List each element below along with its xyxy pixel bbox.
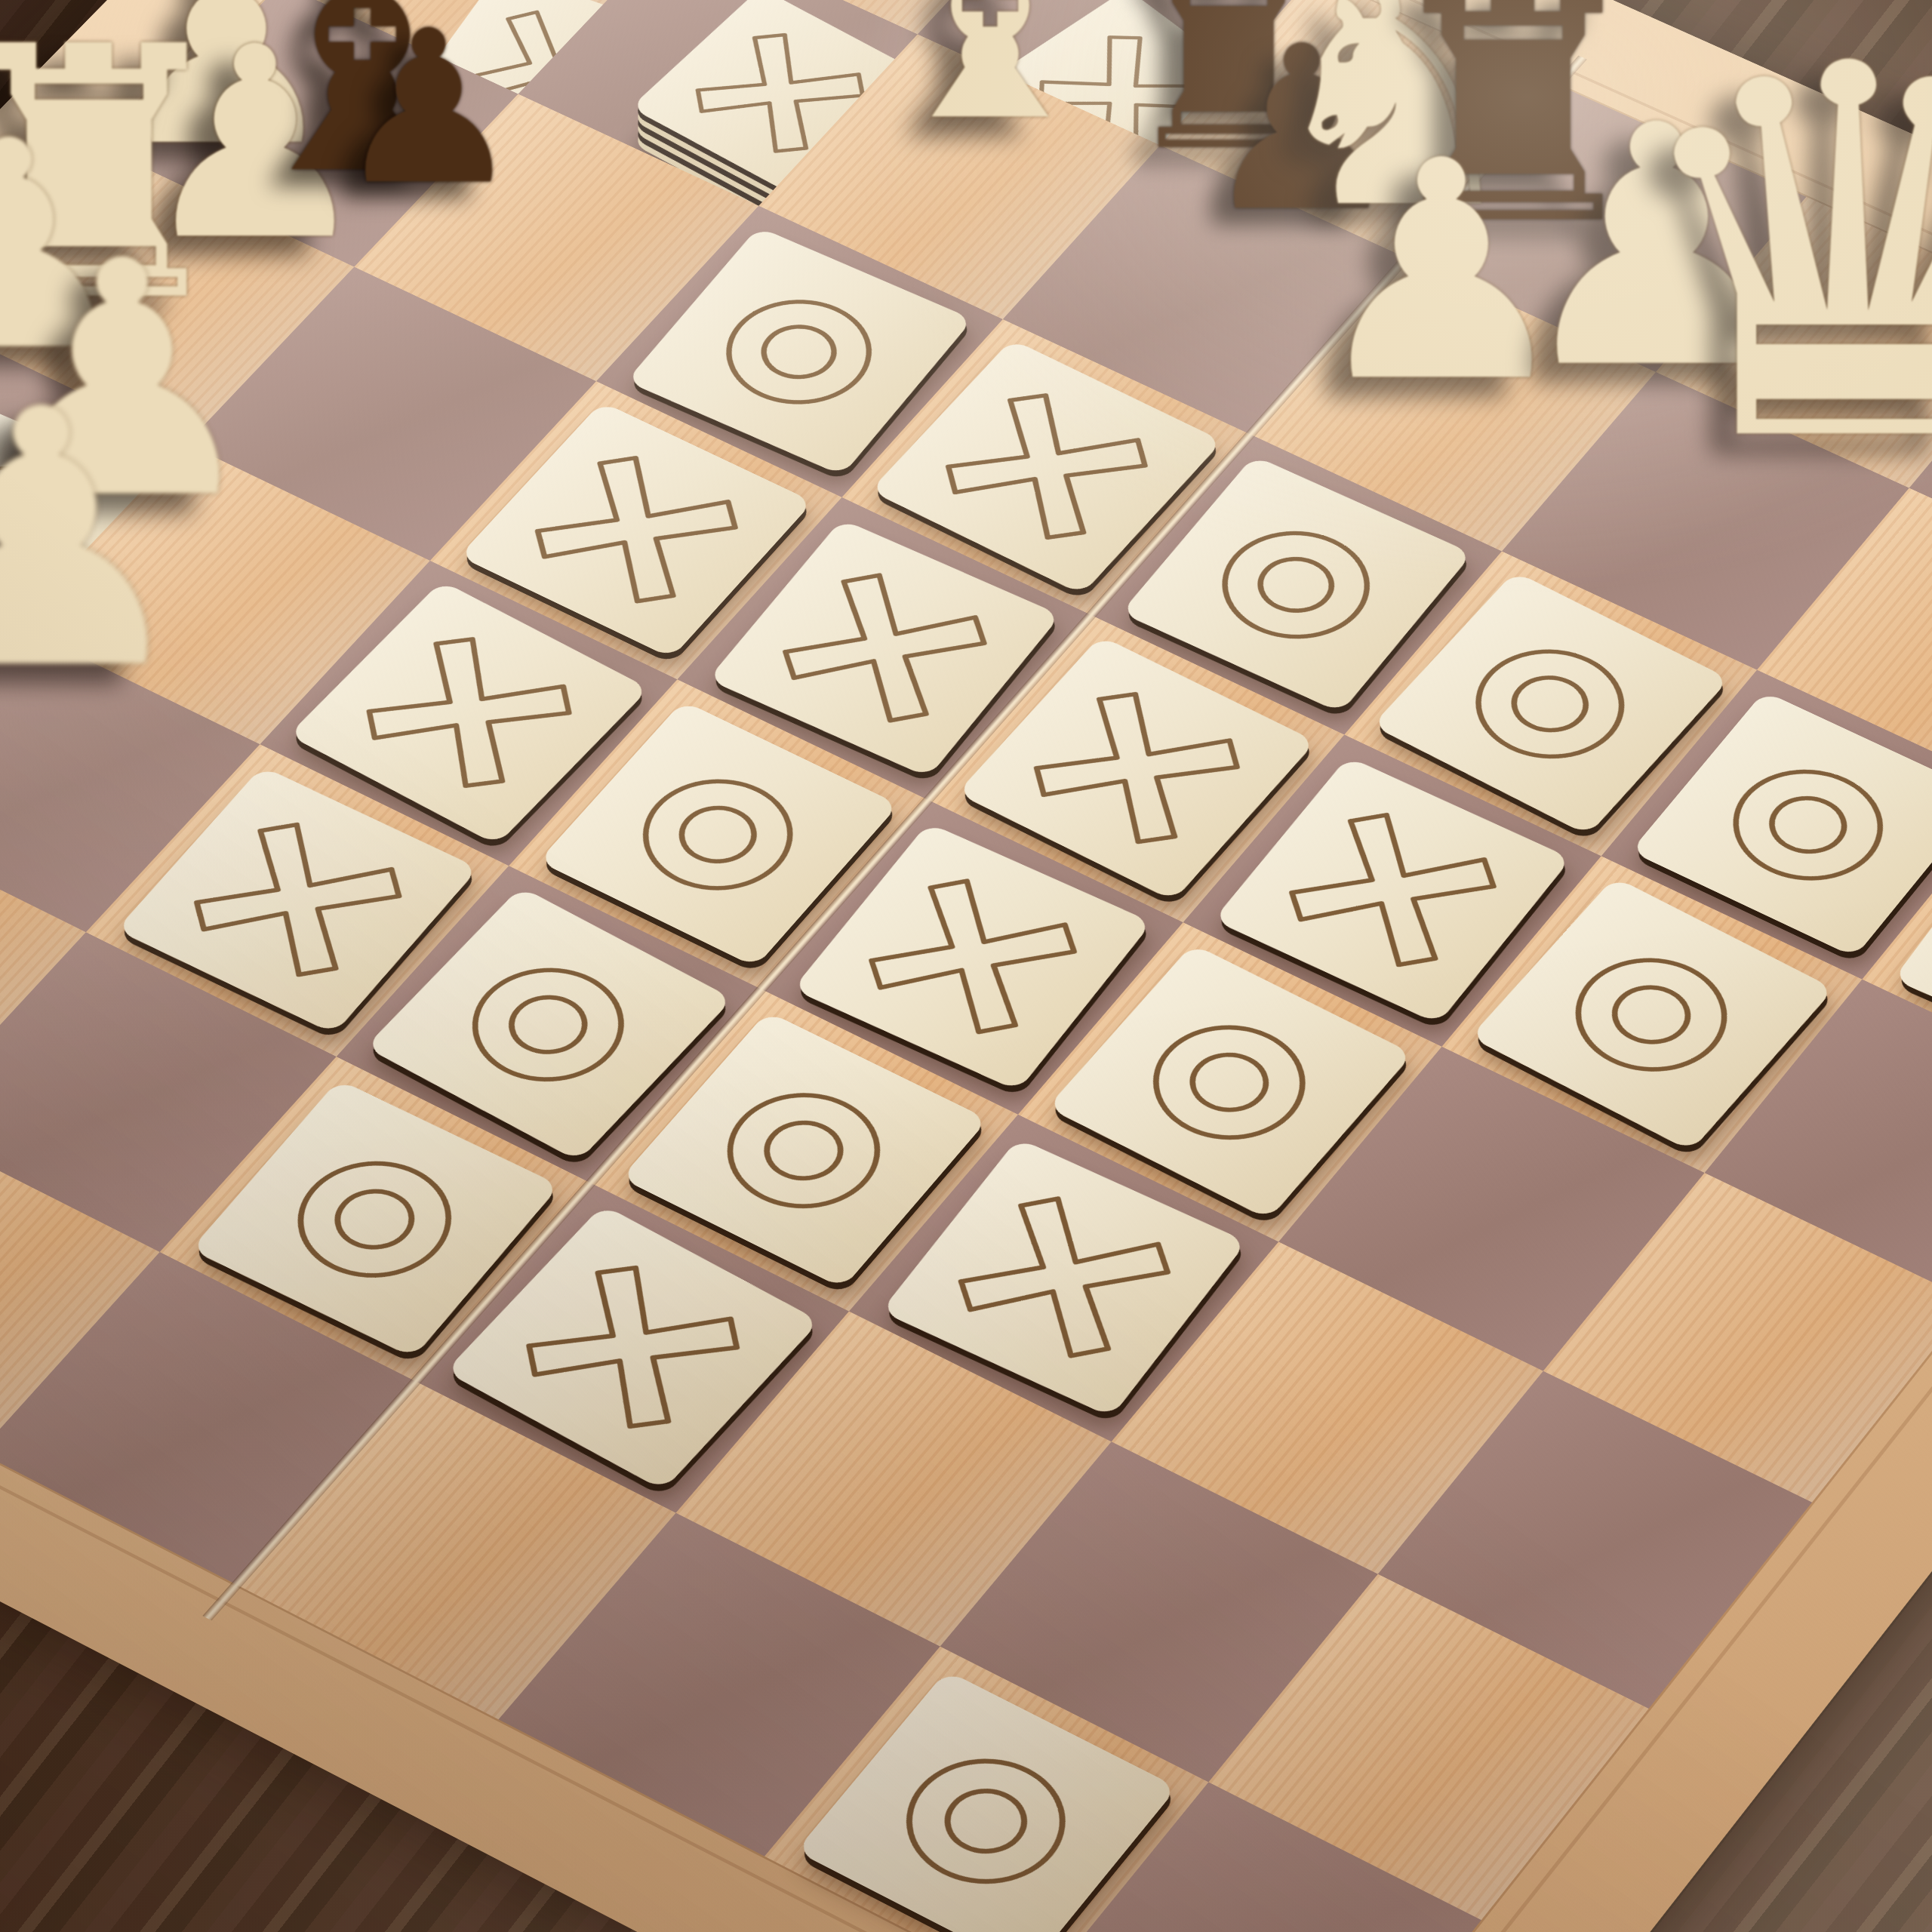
chess-piece-dark-pawn[interactable]: ♟ [334,2,523,214]
chess-piece-white-bishop[interactable]: ♝ [878,0,1102,155]
x-glyph-icon [317,601,620,823]
o-glyph-icon [1401,592,1701,814]
x-glyph-icon [488,422,785,637]
chess-piece-white-queen[interactable]: ♛ [1617,0,1932,512]
x-glyph-icon [1242,777,1543,1001]
o-glyph-icon [1499,899,1805,1129]
o-glyph-icon [654,247,946,456]
o-glyph-icon [1076,965,1383,1197]
photo-stage: ♟♟♜♟♟♟♝♟♝♜♟♞♜♟♟♛ [0,0,1932,1932]
o-glyph-icon [826,1694,1147,1932]
x-glyph-icon [821,844,1123,1069]
chess-piece-white-pawn[interactable]: ♟ [0,364,201,718]
x-glyph-icon [146,787,450,1012]
x-glyph-icon [910,1160,1218,1395]
o-glyph-icon [1149,475,1444,691]
